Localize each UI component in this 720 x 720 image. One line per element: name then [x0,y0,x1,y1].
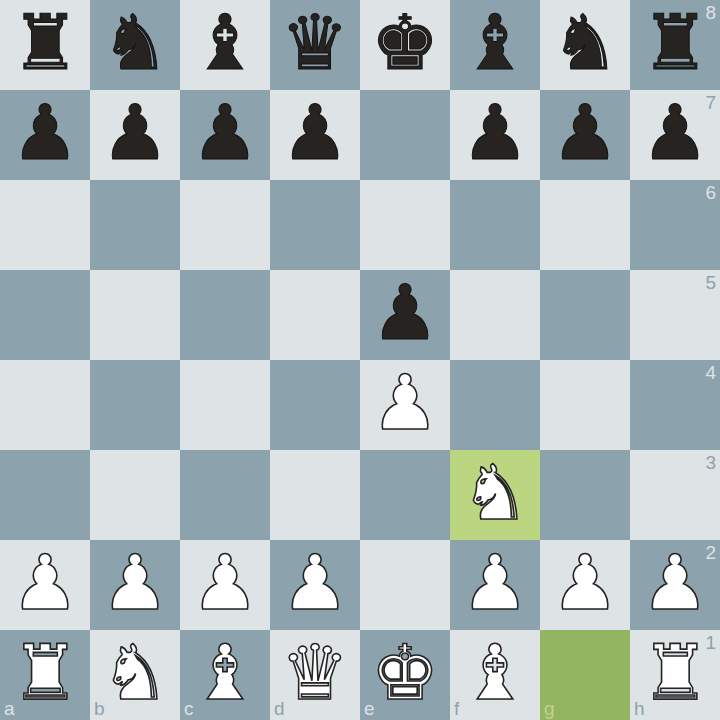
square-e8[interactable]: ♚ [360,0,450,90]
white-rook-icon[interactable]: ♜ [11,628,79,718]
rank-label-6: 6 [705,183,716,202]
square-f1[interactable]: ♝f [450,630,540,720]
chess-board[interactable]: ♜♞♝♛♚♝♞♜8♟♟♟♟♟♟♟76♟5♟4♞3♟♟♟♟♟♟♟2♜a♞b♝c♛d… [0,0,720,720]
square-f3[interactable]: ♞ [450,450,540,540]
square-f7[interactable]: ♟ [450,90,540,180]
square-c7[interactable]: ♟ [180,90,270,180]
square-f2[interactable]: ♟ [450,540,540,630]
square-a3[interactable] [0,450,90,540]
file-label-g: g [544,699,555,718]
square-d5[interactable] [270,270,360,360]
black-rook-icon[interactable]: ♜ [11,0,79,88]
white-queen-icon[interactable]: ♛ [281,628,349,718]
square-e7[interactable] [360,90,450,180]
square-a5[interactable] [0,270,90,360]
white-pawn-icon[interactable]: ♟ [371,358,439,448]
square-d4[interactable] [270,360,360,450]
square-c2[interactable]: ♟ [180,540,270,630]
black-pawn-icon[interactable]: ♟ [101,88,169,178]
square-e6[interactable] [360,180,450,270]
square-h3[interactable]: 3 [630,450,720,540]
square-d7[interactable]: ♟ [270,90,360,180]
square-b6[interactable] [90,180,180,270]
square-g5[interactable] [540,270,630,360]
square-e3[interactable] [360,450,450,540]
square-a7[interactable]: ♟ [0,90,90,180]
square-h8[interactable]: ♜8 [630,0,720,90]
square-g4[interactable] [540,360,630,450]
white-knight-icon[interactable]: ♞ [101,628,169,718]
square-c6[interactable] [180,180,270,270]
black-pawn-icon[interactable]: ♟ [11,88,79,178]
square-f6[interactable] [450,180,540,270]
square-h2[interactable]: ♟2 [630,540,720,630]
white-pawn-icon[interactable]: ♟ [191,538,259,628]
square-h7[interactable]: ♟7 [630,90,720,180]
square-b3[interactable] [90,450,180,540]
square-a8[interactable]: ♜ [0,0,90,90]
square-d6[interactable] [270,180,360,270]
square-e1[interactable]: ♚e [360,630,450,720]
rank-label-5: 5 [705,273,716,292]
black-pawn-icon[interactable]: ♟ [551,88,619,178]
square-f4[interactable] [450,360,540,450]
white-pawn-icon[interactable]: ♟ [551,538,619,628]
square-c1[interactable]: ♝c [180,630,270,720]
white-pawn-icon[interactable]: ♟ [461,538,529,628]
white-rook-icon[interactable]: ♜ [641,628,709,718]
black-bishop-icon[interactable]: ♝ [461,0,529,88]
square-d1[interactable]: ♛d [270,630,360,720]
black-queen-icon[interactable]: ♛ [281,0,349,88]
black-rook-icon[interactable]: ♜ [641,0,709,88]
square-h6[interactable]: 6 [630,180,720,270]
square-e4[interactable]: ♟ [360,360,450,450]
square-d8[interactable]: ♛ [270,0,360,90]
black-pawn-icon[interactable]: ♟ [191,88,259,178]
white-bishop-icon[interactable]: ♝ [191,628,259,718]
square-h4[interactable]: 4 [630,360,720,450]
square-a1[interactable]: ♜a [0,630,90,720]
black-knight-icon[interactable]: ♞ [551,0,619,88]
square-c4[interactable] [180,360,270,450]
white-pawn-icon[interactable]: ♟ [641,538,709,628]
square-g8[interactable]: ♞ [540,0,630,90]
black-pawn-icon[interactable]: ♟ [641,88,709,178]
white-knight-icon[interactable]: ♞ [461,448,529,538]
file-label-f: f [454,699,459,718]
square-e2[interactable] [360,540,450,630]
square-b5[interactable] [90,270,180,360]
square-c3[interactable] [180,450,270,540]
square-h1[interactable]: ♜1h [630,630,720,720]
square-h5[interactable]: 5 [630,270,720,360]
square-f8[interactable]: ♝ [450,0,540,90]
square-b8[interactable]: ♞ [90,0,180,90]
square-f5[interactable] [450,270,540,360]
square-g1[interactable]: g [540,630,630,720]
square-a6[interactable] [0,180,90,270]
black-pawn-icon[interactable]: ♟ [281,88,349,178]
white-pawn-icon[interactable]: ♟ [11,538,79,628]
square-c8[interactable]: ♝ [180,0,270,90]
white-king-icon[interactable]: ♚ [371,628,439,718]
square-c5[interactable] [180,270,270,360]
black-pawn-icon[interactable]: ♟ [461,88,529,178]
square-d3[interactable] [270,450,360,540]
rank-label-4: 4 [705,363,716,382]
square-b7[interactable]: ♟ [90,90,180,180]
white-pawn-icon[interactable]: ♟ [281,538,349,628]
white-pawn-icon[interactable]: ♟ [101,538,169,628]
square-g2[interactable]: ♟ [540,540,630,630]
square-d2[interactable]: ♟ [270,540,360,630]
square-g6[interactable] [540,180,630,270]
black-pawn-icon[interactable]: ♟ [371,268,439,358]
black-knight-icon[interactable]: ♞ [101,0,169,88]
square-b2[interactable]: ♟ [90,540,180,630]
square-a2[interactable]: ♟ [0,540,90,630]
square-g3[interactable] [540,450,630,540]
black-king-icon[interactable]: ♚ [371,0,439,88]
square-b1[interactable]: ♞b [90,630,180,720]
square-e5[interactable]: ♟ [360,270,450,360]
square-a4[interactable] [0,360,90,450]
white-bishop-icon[interactable]: ♝ [461,628,529,718]
black-bishop-icon[interactable]: ♝ [191,0,259,88]
rank-label-3: 3 [705,453,716,472]
square-b4[interactable] [90,360,180,450]
square-g7[interactable]: ♟ [540,90,630,180]
